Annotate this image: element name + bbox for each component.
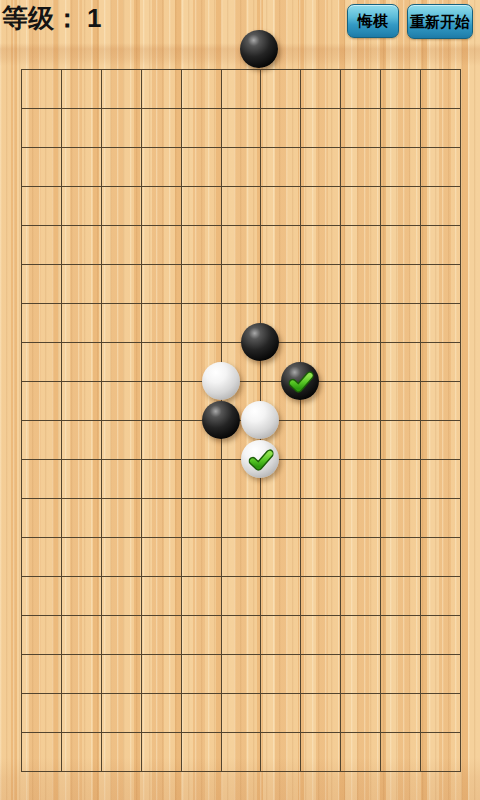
board-point[interactable] xyxy=(360,518,400,557)
board-point[interactable] xyxy=(1,323,41,362)
board-point[interactable] xyxy=(201,401,241,440)
board-point[interactable] xyxy=(81,206,121,245)
restart-button[interactable]: 重新开始 xyxy=(407,4,473,39)
white-stone xyxy=(241,401,279,439)
board-point[interactable] xyxy=(81,284,121,323)
board-point[interactable] xyxy=(41,440,81,479)
board-point[interactable] xyxy=(201,440,241,479)
board-point[interactable] xyxy=(121,284,161,323)
board-point[interactable] xyxy=(360,323,400,362)
board-point[interactable] xyxy=(201,635,241,674)
level-value: 1 xyxy=(87,3,101,33)
board-point[interactable] xyxy=(161,440,201,479)
board-point[interactable] xyxy=(280,713,320,752)
board-point[interactable] xyxy=(201,674,241,713)
board-point[interactable] xyxy=(41,89,81,128)
board-point[interactable] xyxy=(1,557,41,596)
board-point[interactable] xyxy=(241,752,281,791)
board-point[interactable] xyxy=(440,518,480,557)
board-point[interactable] xyxy=(161,284,201,323)
board-point[interactable] xyxy=(121,635,161,674)
board-point[interactable] xyxy=(320,596,360,635)
board-point[interactable] xyxy=(161,596,201,635)
check-icon xyxy=(249,448,274,473)
board-point[interactable] xyxy=(280,440,320,479)
board-point[interactable] xyxy=(121,518,161,557)
board-point[interactable] xyxy=(161,674,201,713)
board-point[interactable] xyxy=(400,401,440,440)
top-bar: 等级：1 悔棋 重新开始 xyxy=(0,0,480,60)
board-point[interactable] xyxy=(1,128,41,167)
board-point[interactable] xyxy=(161,323,201,362)
board-point[interactable] xyxy=(1,362,41,401)
board-point[interactable] xyxy=(81,713,121,752)
board-point[interactable] xyxy=(201,713,241,752)
board-point[interactable] xyxy=(41,128,81,167)
board-point[interactable] xyxy=(201,245,241,284)
board-point[interactable] xyxy=(161,479,201,518)
board-point[interactable] xyxy=(360,284,400,323)
board-point[interactable] xyxy=(400,674,440,713)
board-point[interactable] xyxy=(81,323,121,362)
board-point[interactable] xyxy=(121,440,161,479)
board-point[interactable] xyxy=(1,479,41,518)
board-point[interactable] xyxy=(360,752,400,791)
board-point[interactable] xyxy=(201,128,241,167)
board-point[interactable] xyxy=(121,89,161,128)
board-point[interactable] xyxy=(41,518,81,557)
board-point[interactable] xyxy=(161,713,201,752)
board-point[interactable] xyxy=(400,557,440,596)
board-point[interactable] xyxy=(121,713,161,752)
board-point[interactable] xyxy=(161,167,201,206)
board-point[interactable] xyxy=(241,596,281,635)
board-point[interactable] xyxy=(161,401,201,440)
board-point[interactable] xyxy=(161,635,201,674)
board-point[interactable] xyxy=(41,557,81,596)
board-point[interactable] xyxy=(360,206,400,245)
board-point[interactable] xyxy=(81,401,121,440)
board-point[interactable] xyxy=(161,752,201,791)
board-point[interactable] xyxy=(440,401,480,440)
board-point[interactable] xyxy=(360,635,400,674)
board-point[interactable] xyxy=(320,635,360,674)
board-point[interactable] xyxy=(400,167,440,206)
board-point[interactable] xyxy=(121,245,161,284)
board-point[interactable] xyxy=(241,206,281,245)
board-point[interactable] xyxy=(41,245,81,284)
board-point[interactable] xyxy=(161,557,201,596)
turn-indicator-stone xyxy=(240,30,278,68)
board-point[interactable] xyxy=(201,284,241,323)
board-point[interactable] xyxy=(81,557,121,596)
board-point[interactable] xyxy=(360,674,400,713)
board-point[interactable] xyxy=(280,674,320,713)
board-point[interactable] xyxy=(241,479,281,518)
board-point[interactable] xyxy=(241,674,281,713)
black-stone xyxy=(281,362,319,400)
board-point[interactable] xyxy=(440,596,480,635)
board-point[interactable] xyxy=(400,128,440,167)
board-point[interactable] xyxy=(201,323,241,362)
board-point[interactable] xyxy=(440,635,480,674)
board-point[interactable] xyxy=(121,674,161,713)
board-point[interactable] xyxy=(280,128,320,167)
board-point[interactable] xyxy=(41,635,81,674)
board-point[interactable] xyxy=(41,752,81,791)
board-point[interactable] xyxy=(241,518,281,557)
board-point[interactable] xyxy=(41,323,81,362)
board-point[interactable] xyxy=(400,635,440,674)
board-point[interactable] xyxy=(320,557,360,596)
board-point[interactable] xyxy=(440,713,480,752)
board-point[interactable] xyxy=(400,89,440,128)
white-stone xyxy=(202,362,240,400)
board-point[interactable] xyxy=(320,245,360,284)
board-point[interactable] xyxy=(400,713,440,752)
board-point[interactable] xyxy=(1,245,41,284)
board-point[interactable] xyxy=(1,284,41,323)
board-point[interactable] xyxy=(41,362,81,401)
board-point[interactable] xyxy=(161,518,201,557)
board-point[interactable] xyxy=(81,362,121,401)
board-point[interactable] xyxy=(121,362,161,401)
board-point[interactable] xyxy=(320,362,360,401)
check-icon xyxy=(289,370,314,395)
board-point[interactable] xyxy=(81,128,121,167)
board-point[interactable] xyxy=(161,206,201,245)
board-point[interactable] xyxy=(360,479,400,518)
board-point[interactable] xyxy=(280,479,320,518)
black-stone xyxy=(241,323,279,361)
board-point[interactable] xyxy=(400,323,440,362)
board-point[interactable] xyxy=(360,440,400,479)
board-point[interactable] xyxy=(41,284,81,323)
board-point[interactable] xyxy=(201,206,241,245)
board-point[interactable] xyxy=(320,713,360,752)
board-point[interactable] xyxy=(280,206,320,245)
board-point[interactable] xyxy=(201,596,241,635)
board-point[interactable] xyxy=(121,752,161,791)
board-point[interactable] xyxy=(1,167,41,206)
board-point[interactable] xyxy=(320,128,360,167)
board-point[interactable] xyxy=(81,596,121,635)
board-point[interactable] xyxy=(41,479,81,518)
board-point[interactable] xyxy=(280,518,320,557)
board-point[interactable] xyxy=(81,674,121,713)
board-point[interactable] xyxy=(81,245,121,284)
board-point[interactable] xyxy=(121,557,161,596)
board-point[interactable] xyxy=(280,362,320,401)
board-point[interactable] xyxy=(241,323,281,362)
board-point[interactable] xyxy=(161,128,201,167)
board-point[interactable] xyxy=(81,752,121,791)
board-point[interactable] xyxy=(241,128,281,167)
board-point[interactable] xyxy=(81,518,121,557)
board-point[interactable] xyxy=(241,635,281,674)
board-point[interactable] xyxy=(440,167,480,206)
board-point[interactable] xyxy=(280,596,320,635)
board-point[interactable] xyxy=(400,245,440,284)
board-point[interactable] xyxy=(1,596,41,635)
board-point[interactable] xyxy=(400,362,440,401)
board-point[interactable] xyxy=(360,713,400,752)
board-point[interactable] xyxy=(440,245,480,284)
board-point[interactable] xyxy=(41,713,81,752)
board-point[interactable] xyxy=(1,440,41,479)
board-point[interactable] xyxy=(320,206,360,245)
board-point[interactable] xyxy=(121,323,161,362)
board-point[interactable] xyxy=(121,128,161,167)
board-point[interactable] xyxy=(440,206,480,245)
board-point[interactable] xyxy=(360,167,400,206)
board-point[interactable] xyxy=(81,89,121,128)
board-point[interactable] xyxy=(241,362,281,401)
board-point[interactable] xyxy=(440,479,480,518)
board-point[interactable] xyxy=(241,557,281,596)
board-point[interactable] xyxy=(440,128,480,167)
board-point[interactable] xyxy=(161,362,201,401)
board-point[interactable] xyxy=(320,401,360,440)
board-point[interactable] xyxy=(400,518,440,557)
board-point[interactable] xyxy=(320,167,360,206)
board-point[interactable] xyxy=(201,557,241,596)
board-point[interactable] xyxy=(1,401,41,440)
board-point[interactable] xyxy=(121,206,161,245)
board-point[interactable] xyxy=(241,89,281,128)
board-point[interactable] xyxy=(121,401,161,440)
black-stone xyxy=(202,401,240,439)
board-point[interactable] xyxy=(81,479,121,518)
app-screen: 等级：1 悔棋 重新开始 xyxy=(0,0,480,800)
board-point[interactable] xyxy=(41,167,81,206)
board-point[interactable] xyxy=(41,596,81,635)
board-point[interactable] xyxy=(201,362,241,401)
board-point[interactable] xyxy=(280,284,320,323)
board-point[interactable] xyxy=(81,635,121,674)
board-point[interactable] xyxy=(121,479,161,518)
board-point[interactable] xyxy=(320,518,360,557)
board-point[interactable] xyxy=(1,713,41,752)
board-point[interactable] xyxy=(201,479,241,518)
board-point[interactable] xyxy=(320,323,360,362)
level-label: 等级： xyxy=(2,3,80,33)
board-point[interactable] xyxy=(1,89,41,128)
board-point[interactable] xyxy=(201,167,241,206)
board-point[interactable] xyxy=(121,167,161,206)
board-point[interactable] xyxy=(280,89,320,128)
board-point[interactable] xyxy=(320,89,360,128)
board-point[interactable] xyxy=(241,284,281,323)
board-point[interactable] xyxy=(201,89,241,128)
board-point[interactable] xyxy=(400,206,440,245)
board-point[interactable] xyxy=(440,323,480,362)
board-point[interactable] xyxy=(360,245,400,284)
board-point[interactable] xyxy=(360,401,400,440)
board-point[interactable] xyxy=(280,401,320,440)
board-point[interactable] xyxy=(81,167,121,206)
board-point[interactable] xyxy=(1,206,41,245)
board-point[interactable] xyxy=(360,362,400,401)
board-point[interactable] xyxy=(121,596,161,635)
board-point[interactable] xyxy=(1,635,41,674)
undo-button[interactable]: 悔棋 xyxy=(347,4,399,38)
board-point[interactable] xyxy=(400,284,440,323)
board-point[interactable] xyxy=(320,752,360,791)
board-point[interactable] xyxy=(1,752,41,791)
board-point[interactable] xyxy=(241,401,281,440)
board-point[interactable] xyxy=(440,284,480,323)
board-point[interactable] xyxy=(1,674,41,713)
board-point[interactable] xyxy=(161,89,201,128)
board-point[interactable] xyxy=(400,479,440,518)
board-point[interactable] xyxy=(280,557,320,596)
board-point[interactable] xyxy=(280,323,320,362)
board-point[interactable] xyxy=(81,440,121,479)
board-point[interactable] xyxy=(41,206,81,245)
board-point[interactable] xyxy=(280,635,320,674)
white-stone xyxy=(241,440,279,478)
board-point[interactable] xyxy=(360,89,400,128)
board-point[interactable] xyxy=(201,752,241,791)
board-point[interactable] xyxy=(280,245,320,284)
board-point[interactable] xyxy=(360,128,400,167)
board-point[interactable] xyxy=(400,752,440,791)
board-point[interactable] xyxy=(280,167,320,206)
board-point[interactable] xyxy=(320,284,360,323)
level-display: 等级：1 xyxy=(2,1,101,36)
board-point[interactable] xyxy=(320,479,360,518)
board-point[interactable] xyxy=(241,167,281,206)
board-point[interactable] xyxy=(360,596,400,635)
board-point[interactable] xyxy=(440,752,480,791)
board-point[interactable] xyxy=(201,518,241,557)
board-point[interactable] xyxy=(360,557,400,596)
board-point[interactable] xyxy=(41,674,81,713)
board-point[interactable] xyxy=(1,518,41,557)
board-point[interactable] xyxy=(440,362,480,401)
board-point[interactable] xyxy=(320,440,360,479)
board-point[interactable] xyxy=(400,440,440,479)
board-point[interactable] xyxy=(440,674,480,713)
board-point[interactable] xyxy=(320,674,360,713)
board-point[interactable] xyxy=(241,440,281,479)
board-point[interactable] xyxy=(440,89,480,128)
board-point[interactable] xyxy=(400,596,440,635)
board-point[interactable] xyxy=(280,752,320,791)
board-point[interactable] xyxy=(161,245,201,284)
board-point[interactable] xyxy=(440,440,480,479)
gomoku-board[interactable] xyxy=(1,50,480,791)
board-point[interactable] xyxy=(241,245,281,284)
board-point[interactable] xyxy=(241,713,281,752)
board-point[interactable] xyxy=(440,557,480,596)
board-point[interactable] xyxy=(41,401,81,440)
